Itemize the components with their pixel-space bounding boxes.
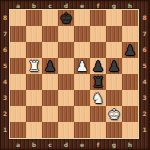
rank-label-left-2: 2 xyxy=(1,106,10,122)
square-b3[interactable] xyxy=(26,90,42,106)
square-a6[interactable] xyxy=(10,42,26,58)
square-h2[interactable] xyxy=(122,106,138,122)
square-e6[interactable] xyxy=(74,42,90,58)
square-g4[interactable] xyxy=(106,74,122,90)
rank-label-right-7: 7 xyxy=(140,26,149,42)
square-g6[interactable] xyxy=(106,42,122,58)
piece-black-rook[interactable]: ♜ xyxy=(90,74,106,90)
file-label-bottom-a: a xyxy=(10,140,26,149)
file-label-top-d: d xyxy=(58,1,74,10)
piece-white-rook[interactable]: ♜ xyxy=(26,58,42,74)
rank-label-right-4: 4 xyxy=(140,74,149,90)
file-label-top-e: e xyxy=(74,1,90,10)
square-a1[interactable] xyxy=(10,122,26,138)
square-c3[interactable] xyxy=(42,90,58,106)
square-h5[interactable] xyxy=(122,58,138,74)
square-a3[interactable] xyxy=(10,90,26,106)
rank-label-left-5: 5 xyxy=(1,58,10,74)
square-f2[interactable] xyxy=(90,106,106,122)
square-c6[interactable] xyxy=(42,42,58,58)
board-frame: ♚♟♜♟♟♟♟♜♞♚ xyxy=(9,9,139,139)
rank-label-left-6: 6 xyxy=(1,42,10,58)
rank-label-right-5: 5 xyxy=(140,58,149,74)
rank-label-right-3: 3 xyxy=(140,90,149,106)
square-f7[interactable] xyxy=(90,26,106,42)
square-e2[interactable] xyxy=(74,106,90,122)
square-b6[interactable] xyxy=(26,42,42,58)
square-h3[interactable] xyxy=(122,90,138,106)
square-h8[interactable] xyxy=(122,10,138,26)
rank-label-right-8: 8 xyxy=(140,10,149,26)
square-h1[interactable] xyxy=(122,122,138,138)
piece-black-king[interactable]: ♚ xyxy=(58,10,74,26)
square-f4[interactable]: ♜ xyxy=(90,74,106,90)
square-d8[interactable]: ♚ xyxy=(58,10,74,26)
square-d6[interactable] xyxy=(58,42,74,58)
square-b7[interactable] xyxy=(26,26,42,42)
square-d7[interactable] xyxy=(58,26,74,42)
board-grid: ♚♟♜♟♟♟♟♜♞♚ xyxy=(10,10,138,138)
file-label-top-f: f xyxy=(90,1,106,10)
square-f8[interactable] xyxy=(90,10,106,26)
square-a8[interactable] xyxy=(10,10,26,26)
square-a4[interactable] xyxy=(10,74,26,90)
square-h7[interactable] xyxy=(122,26,138,42)
square-b1[interactable] xyxy=(26,122,42,138)
file-label-bottom-h: h xyxy=(122,140,138,149)
square-h6[interactable]: ♟ xyxy=(122,42,138,58)
square-g7[interactable] xyxy=(106,26,122,42)
square-e7[interactable] xyxy=(74,26,90,42)
piece-white-pawn[interactable]: ♟ xyxy=(74,58,90,74)
piece-black-pawn[interactable]: ♟ xyxy=(42,58,58,74)
file-label-bottom-b: b xyxy=(26,140,42,149)
file-label-top-h: h xyxy=(122,1,138,10)
square-d4[interactable] xyxy=(58,74,74,90)
rank-label-right-1: 1 xyxy=(140,122,149,138)
file-label-top-a: a xyxy=(10,1,26,10)
rank-label-left-7: 7 xyxy=(1,26,10,42)
square-g8[interactable] xyxy=(106,10,122,26)
file-label-top-g: g xyxy=(106,1,122,10)
piece-black-pawn[interactable]: ♟ xyxy=(90,58,106,74)
square-c5[interactable]: ♟ xyxy=(42,58,58,74)
chess-board: ♚♟♜♟♟♟♟♜♞♚ aabbccddeeffgghh8877665544332… xyxy=(0,0,150,150)
square-f6[interactable] xyxy=(90,42,106,58)
square-a5[interactable] xyxy=(10,58,26,74)
rank-label-left-4: 4 xyxy=(1,74,10,90)
square-d5[interactable] xyxy=(58,58,74,74)
square-d3[interactable] xyxy=(58,90,74,106)
square-g5[interactable]: ♟ xyxy=(106,58,122,74)
file-label-top-c: c xyxy=(42,1,58,10)
piece-black-pawn[interactable]: ♟ xyxy=(122,42,138,58)
square-d2[interactable] xyxy=(58,106,74,122)
square-f1[interactable] xyxy=(90,122,106,138)
square-h4[interactable] xyxy=(122,74,138,90)
square-f5[interactable]: ♟ xyxy=(90,58,106,74)
square-c8[interactable] xyxy=(42,10,58,26)
file-label-bottom-c: c xyxy=(42,140,58,149)
square-c1[interactable] xyxy=(42,122,58,138)
square-f3[interactable]: ♞ xyxy=(90,90,106,106)
square-c4[interactable] xyxy=(42,74,58,90)
piece-white-king[interactable]: ♚ xyxy=(106,106,122,122)
rank-label-right-2: 2 xyxy=(140,106,149,122)
file-label-bottom-g: g xyxy=(106,140,122,149)
square-b4[interactable] xyxy=(26,74,42,90)
square-e5[interactable]: ♟ xyxy=(74,58,90,74)
square-b2[interactable] xyxy=(26,106,42,122)
file-label-bottom-e: e xyxy=(74,140,90,149)
square-a7[interactable] xyxy=(10,26,26,42)
square-e8[interactable] xyxy=(74,10,90,26)
square-c2[interactable] xyxy=(42,106,58,122)
square-e3[interactable] xyxy=(74,90,90,106)
file-label-bottom-d: d xyxy=(58,140,74,149)
square-c7[interactable] xyxy=(42,26,58,42)
square-b8[interactable] xyxy=(26,10,42,26)
square-e4[interactable] xyxy=(74,74,90,90)
square-d1[interactable] xyxy=(58,122,74,138)
piece-black-pawn[interactable]: ♟ xyxy=(106,58,122,74)
square-g1[interactable] xyxy=(106,122,122,138)
rank-label-left-8: 8 xyxy=(1,10,10,26)
file-label-bottom-f: f xyxy=(90,140,106,149)
rank-label-left-3: 3 xyxy=(1,90,10,106)
square-g3[interactable] xyxy=(106,90,122,106)
piece-white-knight[interactable]: ♞ xyxy=(90,90,106,106)
rank-label-left-1: 1 xyxy=(1,122,10,138)
square-e1[interactable] xyxy=(74,122,90,138)
rank-label-right-6: 6 xyxy=(140,42,149,58)
file-label-top-b: b xyxy=(26,1,42,10)
square-b5[interactable]: ♜ xyxy=(26,58,42,74)
square-g2[interactable]: ♚ xyxy=(106,106,122,122)
square-a2[interactable] xyxy=(10,106,26,122)
